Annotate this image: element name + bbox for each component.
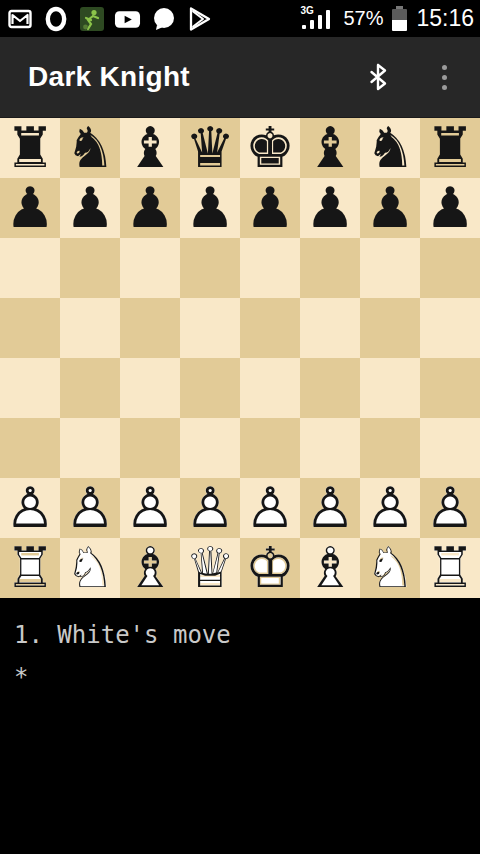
- square-e7[interactable]: ♟: [240, 178, 300, 238]
- overflow-menu-button[interactable]: [424, 53, 464, 101]
- square-b3[interactable]: [60, 418, 120, 478]
- opera-icon: [42, 5, 69, 32]
- square-b2[interactable]: ♟♙: [60, 478, 120, 538]
- square-g6[interactable]: [360, 238, 420, 298]
- battery-percent-label: 57%: [343, 7, 383, 30]
- play-store-icon: [186, 5, 213, 32]
- soccer-app-icon: [78, 5, 105, 32]
- white-pawn[interactable]: ♟♙: [120, 478, 180, 538]
- black-pawn[interactable]: ♟: [0, 178, 60, 238]
- white-rook[interactable]: ♜♖: [0, 538, 60, 598]
- square-g4[interactable]: [360, 358, 420, 418]
- square-h4[interactable]: [420, 358, 480, 418]
- square-h5[interactable]: [420, 298, 480, 358]
- square-d7[interactable]: ♟: [180, 178, 240, 238]
- black-pawn[interactable]: ♟: [360, 178, 420, 238]
- black-pawn[interactable]: ♟: [120, 178, 180, 238]
- square-c8[interactable]: ♝: [120, 118, 180, 178]
- phone-screen: 3G 57% 15:16 Dark Knight: [0, 0, 480, 854]
- bluetooth-icon: [369, 63, 387, 91]
- square-e3[interactable]: [240, 418, 300, 478]
- square-f1[interactable]: ♝♗: [300, 538, 360, 598]
- square-b4[interactable]: [60, 358, 120, 418]
- square-a2[interactable]: ♟♙: [0, 478, 60, 538]
- square-a5[interactable]: [0, 298, 60, 358]
- square-f3[interactable]: [300, 418, 360, 478]
- square-h7[interactable]: ♟: [420, 178, 480, 238]
- black-rook[interactable]: ♜: [0, 118, 60, 178]
- overflow-menu-icon: [442, 65, 447, 90]
- square-f5[interactable]: [300, 298, 360, 358]
- square-b6[interactable]: [60, 238, 120, 298]
- square-c4[interactable]: [120, 358, 180, 418]
- youtube-icon: [114, 5, 141, 32]
- move-log: 1. White's move *: [0, 598, 480, 698]
- square-d5[interactable]: [180, 298, 240, 358]
- black-pawn[interactable]: ♟: [60, 178, 120, 238]
- square-d3[interactable]: [180, 418, 240, 478]
- black-rook[interactable]: ♜: [420, 118, 480, 178]
- square-h3[interactable]: [420, 418, 480, 478]
- white-pawn[interactable]: ♟♙: [60, 478, 120, 538]
- white-pawn[interactable]: ♟♙: [360, 478, 420, 538]
- white-king[interactable]: ♚♔: [240, 538, 300, 598]
- square-b1[interactable]: ♞♘: [60, 538, 120, 598]
- square-e4[interactable]: [240, 358, 300, 418]
- square-a4[interactable]: [0, 358, 60, 418]
- black-pawn[interactable]: ♟: [240, 178, 300, 238]
- square-e1[interactable]: ♚♔: [240, 538, 300, 598]
- app-bar: Dark Knight: [0, 37, 480, 118]
- square-d2[interactable]: ♟♙: [180, 478, 240, 538]
- square-c7[interactable]: ♟: [120, 178, 180, 238]
- battery-icon: [392, 6, 407, 31]
- black-knight[interactable]: ♞: [360, 118, 420, 178]
- square-h6[interactable]: [420, 238, 480, 298]
- square-c3[interactable]: [120, 418, 180, 478]
- white-pawn[interactable]: ♟♙: [300, 478, 360, 538]
- notification-icons: [6, 5, 213, 32]
- move-log-line: 1. White's move: [14, 614, 480, 656]
- square-d1[interactable]: ♛♕: [180, 538, 240, 598]
- white-queen[interactable]: ♛♕: [180, 538, 240, 598]
- square-a7[interactable]: ♟: [0, 178, 60, 238]
- square-a1[interactable]: ♜♖: [0, 538, 60, 598]
- white-bishop[interactable]: ♝♗: [120, 538, 180, 598]
- square-f6[interactable]: [300, 238, 360, 298]
- white-knight[interactable]: ♞♘: [360, 538, 420, 598]
- messenger-icon: [150, 5, 177, 32]
- chess-board[interactable]: ♜♞♝♛♚♝♞♜♟♟♟♟♟♟♟♟♟♙♟♙♟♙♟♙♟♙♟♙♟♙♟♙♜♖♞♘♝♗♛♕…: [0, 118, 480, 598]
- square-g7[interactable]: ♟: [360, 178, 420, 238]
- square-c6[interactable]: [120, 238, 180, 298]
- square-d4[interactable]: [180, 358, 240, 418]
- status-bar: 3G 57% 15:16: [0, 0, 480, 37]
- square-e8[interactable]: ♚: [240, 118, 300, 178]
- signal-strength-icon: 3G: [300, 5, 336, 32]
- black-bishop[interactable]: ♝: [120, 118, 180, 178]
- square-h1[interactable]: ♜♖: [420, 538, 480, 598]
- square-g5[interactable]: [360, 298, 420, 358]
- square-c1[interactable]: ♝♗: [120, 538, 180, 598]
- square-a6[interactable]: [0, 238, 60, 298]
- black-pawn[interactable]: ♟: [180, 178, 240, 238]
- square-a8[interactable]: ♜: [0, 118, 60, 178]
- square-g1[interactable]: ♞♘: [360, 538, 420, 598]
- square-b5[interactable]: [60, 298, 120, 358]
- square-h2[interactable]: ♟♙: [420, 478, 480, 538]
- clock-label: 15:16: [416, 5, 474, 32]
- white-pawn[interactable]: ♟♙: [0, 478, 60, 538]
- square-f7[interactable]: ♟: [300, 178, 360, 238]
- black-queen[interactable]: ♛: [180, 118, 240, 178]
- square-g2[interactable]: ♟♙: [360, 478, 420, 538]
- square-a3[interactable]: [0, 418, 60, 478]
- square-c2[interactable]: ♟♙: [120, 478, 180, 538]
- white-bishop[interactable]: ♝♗: [300, 538, 360, 598]
- black-bishop[interactable]: ♝: [300, 118, 360, 178]
- app-title: Dark Knight: [28, 61, 190, 93]
- black-pawn[interactable]: ♟: [420, 178, 480, 238]
- square-d8[interactable]: ♛: [180, 118, 240, 178]
- square-e2[interactable]: ♟♙: [240, 478, 300, 538]
- game-result-marker: *: [14, 656, 480, 698]
- square-g3[interactable]: [360, 418, 420, 478]
- white-pawn[interactable]: ♟♙: [420, 478, 480, 538]
- white-rook[interactable]: ♜♖: [420, 538, 480, 598]
- white-knight[interactable]: ♞♘: [60, 538, 120, 598]
- square-f2[interactable]: ♟♙: [300, 478, 360, 538]
- black-knight[interactable]: ♞: [60, 118, 120, 178]
- bluetooth-button[interactable]: [358, 53, 398, 101]
- square-d6[interactable]: [180, 238, 240, 298]
- square-b8[interactable]: ♞: [60, 118, 120, 178]
- square-f8[interactable]: ♝: [300, 118, 360, 178]
- square-g8[interactable]: ♞: [360, 118, 420, 178]
- square-e6[interactable]: [240, 238, 300, 298]
- black-pawn[interactable]: ♟: [300, 178, 360, 238]
- network-type-label: 3G: [300, 5, 313, 16]
- square-e5[interactable]: [240, 298, 300, 358]
- square-c5[interactable]: [120, 298, 180, 358]
- gmail-icon: [6, 5, 33, 32]
- square-b7[interactable]: ♟: [60, 178, 120, 238]
- black-king[interactable]: ♚: [240, 118, 300, 178]
- white-pawn[interactable]: ♟♙: [180, 478, 240, 538]
- square-f4[interactable]: [300, 358, 360, 418]
- square-h8[interactable]: ♜: [420, 118, 480, 178]
- white-pawn[interactable]: ♟♙: [240, 478, 300, 538]
